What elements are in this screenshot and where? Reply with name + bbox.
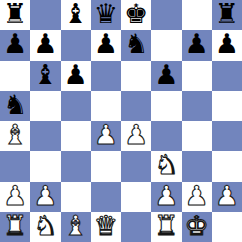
square-g8[interactable] bbox=[182, 0, 212, 30]
square-f1[interactable]: ♜ bbox=[151, 212, 181, 242]
square-h4[interactable] bbox=[212, 121, 242, 151]
white-pawn-piece[interactable]: ♟ bbox=[215, 182, 239, 211]
white-pawn-piece[interactable]: ♟ bbox=[185, 182, 209, 211]
square-c5[interactable] bbox=[61, 91, 91, 121]
square-h2[interactable]: ♟ bbox=[212, 182, 242, 212]
square-a4[interactable]: ♝ bbox=[0, 121, 30, 151]
square-h5[interactable] bbox=[212, 91, 242, 121]
black-pawn-piece[interactable]: ♟ bbox=[185, 30, 209, 59]
square-d4[interactable]: ♟ bbox=[91, 121, 121, 151]
square-c8[interactable]: ♝ bbox=[61, 0, 91, 30]
square-e5[interactable] bbox=[121, 91, 151, 121]
square-b7[interactable]: ♟ bbox=[30, 30, 60, 60]
square-b5[interactable] bbox=[30, 91, 60, 121]
square-d5[interactable] bbox=[91, 91, 121, 121]
square-g2[interactable]: ♟ bbox=[182, 182, 212, 212]
square-f5[interactable] bbox=[151, 91, 181, 121]
black-bishop-piece[interactable]: ♝ bbox=[64, 0, 88, 29]
black-pawn-piece[interactable]: ♟ bbox=[33, 30, 57, 59]
white-knight-piece[interactable]: ♞ bbox=[154, 151, 178, 180]
black-rook-piece[interactable]: ♜ bbox=[215, 0, 239, 29]
square-f6[interactable]: ♟ bbox=[151, 61, 181, 91]
square-c4[interactable] bbox=[61, 121, 91, 151]
square-h6[interactable] bbox=[212, 61, 242, 91]
square-e1[interactable] bbox=[121, 212, 151, 242]
square-a5[interactable]: ♞ bbox=[0, 91, 30, 121]
square-d1[interactable]: ♛ bbox=[91, 212, 121, 242]
square-f4[interactable] bbox=[151, 121, 181, 151]
square-e2[interactable] bbox=[121, 182, 151, 212]
square-g5[interactable] bbox=[182, 91, 212, 121]
chess-board: ♜♝♛♚♜♟♟♟♞♟♟♝♟♟♞♝♟♟♞♟♟♟♟♟♜♞♝♛♜♚ bbox=[0, 0, 242, 242]
square-f7[interactable] bbox=[151, 30, 181, 60]
square-a2[interactable]: ♟ bbox=[0, 182, 30, 212]
square-c6[interactable]: ♟ bbox=[61, 61, 91, 91]
black-knight-piece[interactable]: ♞ bbox=[3, 91, 27, 120]
black-pawn-piece[interactable]: ♟ bbox=[154, 61, 178, 90]
square-b6[interactable]: ♝ bbox=[30, 61, 60, 91]
square-a6[interactable] bbox=[0, 61, 30, 91]
square-e3[interactable] bbox=[121, 151, 151, 181]
white-pawn-piece[interactable]: ♟ bbox=[94, 121, 118, 150]
black-pawn-piece[interactable]: ♟ bbox=[3, 30, 27, 59]
square-b4[interactable] bbox=[30, 121, 60, 151]
white-knight-piece[interactable]: ♞ bbox=[33, 212, 57, 241]
square-b8[interactable] bbox=[30, 0, 60, 30]
square-f2[interactable]: ♟ bbox=[151, 182, 181, 212]
square-a1[interactable]: ♜ bbox=[0, 212, 30, 242]
black-king-piece[interactable]: ♚ bbox=[124, 0, 148, 29]
square-d7[interactable]: ♟ bbox=[91, 30, 121, 60]
white-pawn-piece[interactable]: ♟ bbox=[154, 182, 178, 211]
square-d2[interactable] bbox=[91, 182, 121, 212]
white-queen-piece[interactable]: ♛ bbox=[94, 212, 118, 241]
square-a7[interactable]: ♟ bbox=[0, 30, 30, 60]
square-b1[interactable]: ♞ bbox=[30, 212, 60, 242]
square-c1[interactable]: ♝ bbox=[61, 212, 91, 242]
white-rook-piece[interactable]: ♜ bbox=[3, 212, 27, 241]
square-g3[interactable] bbox=[182, 151, 212, 181]
square-a3[interactable] bbox=[0, 151, 30, 181]
square-a8[interactable]: ♜ bbox=[0, 0, 30, 30]
black-bishop-piece[interactable]: ♝ bbox=[33, 61, 57, 90]
square-d3[interactable] bbox=[91, 151, 121, 181]
square-h7[interactable]: ♟ bbox=[212, 30, 242, 60]
square-g1[interactable]: ♚ bbox=[182, 212, 212, 242]
white-pawn-piece[interactable]: ♟ bbox=[124, 121, 148, 150]
square-c7[interactable] bbox=[61, 30, 91, 60]
black-rook-piece[interactable]: ♜ bbox=[3, 0, 27, 29]
black-pawn-piece[interactable]: ♟ bbox=[64, 61, 88, 90]
square-c3[interactable] bbox=[61, 151, 91, 181]
white-king-piece[interactable]: ♚ bbox=[185, 212, 209, 241]
square-e4[interactable]: ♟ bbox=[121, 121, 151, 151]
square-g6[interactable] bbox=[182, 61, 212, 91]
square-b3[interactable] bbox=[30, 151, 60, 181]
square-d6[interactable] bbox=[91, 61, 121, 91]
square-h8[interactable]: ♜ bbox=[212, 0, 242, 30]
square-e8[interactable]: ♚ bbox=[121, 0, 151, 30]
square-h1[interactable] bbox=[212, 212, 242, 242]
white-bishop-piece[interactable]: ♝ bbox=[64, 212, 88, 241]
square-g4[interactable] bbox=[182, 121, 212, 151]
square-h3[interactable] bbox=[212, 151, 242, 181]
white-bishop-piece[interactable]: ♝ bbox=[3, 121, 27, 150]
square-e6[interactable] bbox=[121, 61, 151, 91]
white-pawn-piece[interactable]: ♟ bbox=[33, 182, 57, 211]
square-c2[interactable] bbox=[61, 182, 91, 212]
square-e7[interactable]: ♞ bbox=[121, 30, 151, 60]
white-pawn-piece[interactable]: ♟ bbox=[3, 182, 27, 211]
square-b2[interactable]: ♟ bbox=[30, 182, 60, 212]
square-f3[interactable]: ♞ bbox=[151, 151, 181, 181]
square-g7[interactable]: ♟ bbox=[182, 30, 212, 60]
square-d8[interactable]: ♛ bbox=[91, 0, 121, 30]
black-queen-piece[interactable]: ♛ bbox=[94, 0, 118, 29]
black-knight-piece[interactable]: ♞ bbox=[124, 30, 148, 59]
black-pawn-piece[interactable]: ♟ bbox=[94, 30, 118, 59]
square-f8[interactable] bbox=[151, 0, 181, 30]
black-pawn-piece[interactable]: ♟ bbox=[215, 30, 239, 59]
white-rook-piece[interactable]: ♜ bbox=[154, 212, 178, 241]
